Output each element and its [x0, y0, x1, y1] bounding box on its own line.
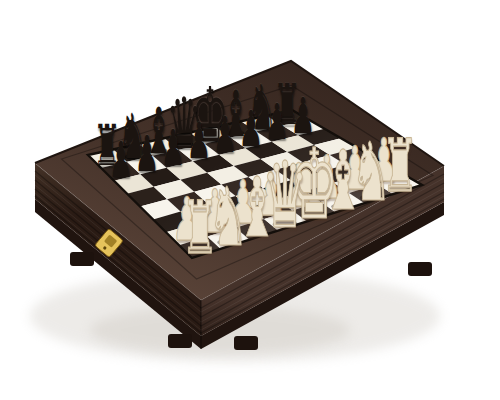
piece-black-pawn-e7[interactable]: ♟: [213, 110, 238, 160]
piece-black-pawn-c7[interactable]: ♟: [160, 123, 185, 173]
piece-black-pawn-f7[interactable]: ♟: [239, 104, 264, 154]
piece-black-pawn-d7[interactable]: ♟: [186, 117, 211, 167]
piece-black-pawn-g7[interactable]: ♟: [265, 98, 290, 148]
box-foot: [70, 252, 94, 266]
box-foot: [234, 336, 258, 350]
chess-set-photo: ♜♞♟♝♟♚♟♛♟♝♟♞♜♟♟♟♟♟♜♟♞♟♝♟♚♟♛♟♝♟♞♜: [0, 0, 500, 400]
box-foot: [408, 262, 432, 276]
box-foot: [168, 334, 192, 348]
piece-black-pawn-a7[interactable]: ♟: [108, 135, 133, 185]
piece-white-rook-a1[interactable]: ♜: [182, 192, 218, 265]
piece-black-pawn-b7[interactable]: ♟: [134, 129, 159, 179]
